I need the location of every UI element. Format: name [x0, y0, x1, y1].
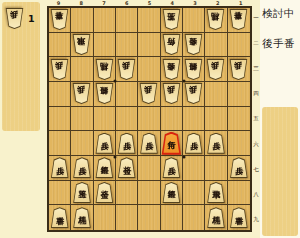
rank-label-四: 四 [252, 81, 260, 106]
square-83[interactable] [71, 57, 93, 82]
sente-piece-歩兵[interactable]: 歩兵 [50, 157, 69, 178]
sente-piece-金将[interactable]: 金将 [95, 182, 114, 203]
sente-piece-香車[interactable]: 香車 [50, 207, 69, 228]
square-93[interactable]: 歩兵 [49, 57, 71, 82]
square-79[interactable] [94, 205, 116, 230]
sente-piece-歩兵[interactable]: 歩兵 [162, 157, 181, 178]
rank-label-二: 二 [252, 31, 260, 56]
square-71[interactable] [94, 8, 116, 33]
square-55[interactable] [138, 107, 160, 132]
square-89[interactable]: 桂馬 [71, 205, 93, 230]
square-87[interactable]: 歩兵 [71, 156, 93, 181]
rank-label-七: 七 [252, 157, 260, 182]
square-84[interactable]: 歩兵 [71, 82, 93, 107]
square-12[interactable] [228, 33, 250, 58]
sente-piece-歩兵[interactable]: 歩兵 [72, 157, 91, 178]
square-81[interactable] [71, 8, 93, 33]
square-27[interactable] [205, 156, 227, 181]
square-21[interactable]: 桂馬 [205, 8, 227, 33]
sente-piece-銀将[interactable]: 銀将 [162, 182, 181, 203]
square-63[interactable]: 歩兵 [116, 57, 138, 82]
square-51[interactable] [138, 8, 160, 33]
sente-piece-歩兵[interactable]: 歩兵 [184, 133, 203, 154]
square-28[interactable]: 飛車 [205, 181, 227, 206]
square-25[interactable] [205, 107, 227, 132]
square-54[interactable]: 歩兵 [138, 82, 160, 107]
star-point [114, 80, 117, 83]
square-45[interactable] [161, 107, 183, 132]
square-17[interactable]: 歩兵 [228, 156, 250, 181]
square-11[interactable]: 香車 [228, 8, 250, 33]
square-97[interactable]: 歩兵 [49, 156, 71, 181]
square-57[interactable] [138, 156, 160, 181]
square-69[interactable] [116, 205, 138, 230]
square-18[interactable] [228, 181, 250, 206]
star-point [114, 156, 117, 159]
square-42[interactable]: 角行 [161, 33, 183, 58]
gote-piece-歩兵[interactable]: 歩兵 [229, 59, 248, 80]
gote-piece-香車[interactable]: 香車 [50, 9, 69, 30]
gote-piece-金将[interactable]: 金将 [162, 59, 181, 80]
square-43[interactable]: 金将 [161, 57, 183, 82]
gote-piece-歩兵[interactable]: 歩兵 [139, 83, 158, 104]
square-35[interactable] [183, 107, 205, 132]
square-96[interactable] [49, 131, 71, 156]
square-46[interactable]: 角行 [161, 131, 183, 156]
square-24[interactable] [205, 82, 227, 107]
square-58[interactable] [138, 181, 160, 206]
rank-label-九: 九 [252, 207, 260, 232]
square-78[interactable]: 金将 [94, 181, 116, 206]
shogi-analysis-screen: 歩兵 1 987654321 一二三四五六七八九 香車王将桂馬香車飛車角行金将歩… [0, 0, 300, 238]
gote-piece-歩兵[interactable]: 歩兵 [5, 8, 24, 29]
square-44[interactable]: 歩兵 [161, 82, 183, 107]
square-16[interactable] [228, 131, 250, 156]
square-65[interactable] [116, 107, 138, 132]
square-56[interactable]: 歩兵 [138, 131, 160, 156]
square-86[interactable] [71, 131, 93, 156]
square-14[interactable] [228, 82, 250, 107]
gote-piece-銀将[interactable]: 銀将 [184, 59, 203, 80]
square-61[interactable] [116, 8, 138, 33]
square-19[interactable]: 香車 [228, 205, 250, 230]
gote-hand-tray[interactable]: 歩兵 1 [2, 2, 40, 131]
rank-label-六: 六 [252, 132, 260, 157]
sente-piece-銀将[interactable]: 銀将 [95, 157, 114, 178]
square-26[interactable]: 歩兵 [205, 131, 227, 156]
gote-piece-銀将[interactable]: 銀将 [95, 83, 114, 104]
gote-piece-歩兵[interactable]: 歩兵 [50, 59, 69, 80]
square-41[interactable]: 王将 [161, 8, 183, 33]
square-49[interactable] [161, 205, 183, 230]
square-64[interactable] [116, 82, 138, 107]
square-94[interactable] [49, 82, 71, 107]
square-82[interactable]: 飛車 [71, 33, 93, 58]
rank-label-一: 一 [252, 6, 260, 31]
rank-label-五: 五 [252, 106, 260, 131]
square-34[interactable]: 歩兵 [183, 82, 205, 107]
square-68[interactable] [116, 181, 138, 206]
gote-piece-飛車[interactable]: 飛車 [72, 34, 91, 55]
square-33[interactable]: 銀将 [183, 57, 205, 82]
square-36[interactable]: 歩兵 [183, 131, 205, 156]
square-99[interactable]: 香車 [49, 205, 71, 230]
square-15[interactable] [228, 107, 250, 132]
sente-piece-金将[interactable]: 金将 [117, 157, 136, 178]
square-91[interactable]: 香車 [49, 8, 71, 33]
gote-hand-pawn-count: 1 [28, 13, 35, 24]
square-29[interactable]: 桂馬 [205, 205, 227, 230]
sente-piece-歩兵[interactable]: 歩兵 [229, 157, 248, 178]
gote-piece-金将[interactable]: 金将 [184, 34, 203, 55]
gote-piece-歩兵[interactable]: 歩兵 [117, 59, 136, 80]
square-72[interactable] [94, 33, 116, 58]
square-92[interactable] [49, 33, 71, 58]
gote-piece-歩兵[interactable]: 歩兵 [184, 83, 203, 104]
gote-piece-桂馬[interactable]: 桂馬 [206, 9, 225, 30]
square-62[interactable] [116, 33, 138, 58]
square-66[interactable]: 歩兵 [116, 131, 138, 156]
gote-piece-桂馬[interactable]: 桂馬 [95, 59, 114, 80]
square-76[interactable]: 歩兵 [94, 131, 116, 156]
square-38[interactable] [183, 181, 205, 206]
sente-hand-tray[interactable] [262, 107, 298, 236]
status-label: 検討中 [262, 7, 300, 21]
square-23[interactable]: 歩兵 [205, 57, 227, 82]
square-59[interactable] [138, 205, 160, 230]
rank-label-八: 八 [252, 182, 260, 207]
sente-piece-歩兵[interactable]: 歩兵 [95, 133, 114, 154]
square-22[interactable] [205, 33, 227, 58]
square-73[interactable]: 桂馬 [94, 57, 116, 82]
gote-piece-歩兵[interactable]: 歩兵 [162, 83, 181, 104]
square-74[interactable]: 銀将 [94, 82, 116, 107]
square-37[interactable] [183, 156, 205, 181]
square-52[interactable] [138, 33, 160, 58]
square-13[interactable]: 歩兵 [228, 57, 250, 82]
gote-piece-歩兵[interactable]: 歩兵 [206, 59, 225, 80]
star-point [183, 156, 186, 159]
sente-piece-玉将[interactable]: 玉将 [72, 182, 91, 203]
star-point [183, 80, 186, 83]
square-77[interactable]: 銀将 [94, 156, 116, 181]
sente-piece-桂馬[interactable]: 桂馬 [206, 207, 225, 228]
square-39[interactable] [183, 205, 205, 230]
square-85[interactable] [71, 107, 93, 132]
gote-piece-香車[interactable]: 香車 [229, 9, 248, 30]
gote-piece-王将[interactable]: 王将 [162, 9, 181, 30]
square-95[interactable] [49, 107, 71, 132]
shogi-board[interactable]: 香車王将桂馬香車飛車角行金将歩兵桂馬歩兵金将銀将歩兵歩兵歩兵銀将歩兵歩兵歩兵歩兵… [47, 6, 252, 232]
square-67[interactable]: 金将 [116, 156, 138, 181]
gote-hand-group: 歩兵 1 [5, 8, 35, 29]
square-47[interactable]: 歩兵 [161, 156, 183, 181]
square-75[interactable] [94, 107, 116, 132]
square-32[interactable]: 金将 [183, 33, 205, 58]
gote-piece-角行[interactable]: 角行 [162, 34, 181, 55]
square-98[interactable] [49, 181, 71, 206]
square-88[interactable]: 玉将 [71, 181, 93, 206]
rank-coordinates: 一二三四五六七八九 [252, 6, 260, 232]
sente-piece-歩兵[interactable]: 歩兵 [139, 133, 158, 154]
square-53[interactable] [138, 57, 160, 82]
sente-piece-香車[interactable]: 香車 [229, 207, 248, 228]
turn-indicator: 後手番 [262, 37, 300, 51]
square-48[interactable]: 銀将 [161, 181, 183, 206]
sente-piece-桂馬[interactable]: 桂馬 [72, 207, 91, 228]
gote-piece-歩兵[interactable]: 歩兵 [72, 83, 91, 104]
sente-piece-歩兵[interactable]: 歩兵 [117, 133, 136, 154]
rank-label-三: 三 [252, 56, 260, 81]
sente-piece-飛車[interactable]: 飛車 [206, 182, 225, 203]
square-31[interactable] [183, 8, 205, 33]
sente-piece-歩兵[interactable]: 歩兵 [206, 133, 225, 154]
sente-piece-角行[interactable]: 角行 [162, 133, 181, 154]
